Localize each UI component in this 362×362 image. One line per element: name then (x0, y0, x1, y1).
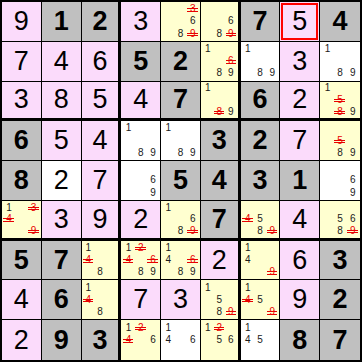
candidate-slot-empty (321, 225, 334, 237)
candidate-1[interactable]: 1 (242, 321, 254, 334)
cell-r2c6[interactable]: 1689 (201, 42, 241, 82)
given-digit: 1 (54, 8, 69, 35)
candidate-slot-empty (334, 187, 347, 199)
candidate-1[interactable]: 1 (162, 321, 174, 334)
candidate-slot-empty (321, 94, 334, 106)
solved-digit: 4 (14, 286, 29, 313)
candidate-slot-empty (254, 43, 266, 55)
candidate-1[interactable]: 1 (202, 281, 214, 293)
cell-r7c5[interactable]: 14689 (161, 241, 201, 281)
solved-digit: 3 (173, 286, 188, 313)
candidate-1[interactable]: 1 (3, 202, 15, 214)
candidate-8[interactable]: 8 (174, 225, 186, 237)
solved-digit: 3 (14, 86, 29, 113)
candidate-grid: 189 (161, 121, 200, 160)
cell-r1c7[interactable]: 7 (241, 2, 281, 42)
candidate-slot-empty (106, 254, 118, 266)
candidate-slot-empty (242, 346, 254, 359)
candidate-6-eliminated[interactable]: 6 (187, 254, 199, 266)
cell-r2c8[interactable]: 3 (280, 42, 320, 82)
candidate-9-eliminated[interactable]: 9 (225, 306, 237, 318)
candidate-slot-empty (106, 281, 118, 293)
given-digit: 3 (333, 247, 348, 274)
candidate-slot-empty (266, 213, 278, 225)
candidate-6[interactable]: 6 (346, 174, 359, 186)
candidate-slot-empty (147, 135, 159, 147)
cell-r2c5[interactable]: 2 (161, 42, 201, 82)
given-digit: 2 (92, 8, 107, 35)
candidate-slot-empty (147, 162, 159, 174)
candidate-slot-empty (213, 83, 225, 95)
candidate-slot-empty (225, 3, 237, 15)
cell-r8c5[interactable]: 3 (161, 280, 201, 320)
cell-r9c1[interactable]: 2 (2, 320, 42, 360)
candidate-slot-empty (266, 346, 278, 359)
candidate-8[interactable]: 8 (174, 28, 186, 40)
cell-r5c6[interactable]: 4 (201, 161, 241, 201)
cell-r5c7[interactable]: 3 (241, 161, 281, 201)
cell-r2c2[interactable]: 4 (42, 42, 82, 82)
cell-r9c9[interactable]: 7 (320, 320, 360, 360)
candidate-5[interactable]: 5 (254, 213, 266, 225)
candidate-slot-empty (321, 106, 334, 118)
candidate-slot-empty (147, 346, 159, 359)
cell-r2c7[interactable]: 189 (241, 42, 281, 82)
candidate-8[interactable]: 8 (135, 266, 147, 278)
candidate-4[interactable]: 4 (162, 254, 174, 266)
candidate-1[interactable]: 1 (202, 43, 214, 55)
cell-r4c9[interactable]: 589 (320, 121, 360, 161)
cell-r6c8[interactable]: 4 (280, 201, 320, 241)
candidate-slot-empty (266, 55, 278, 67)
candidate-6-eliminated[interactable]: 6 (225, 55, 237, 67)
candidate-1[interactable]: 1 (242, 281, 254, 293)
candidate-slot-empty (202, 346, 214, 359)
candidate-slot-empty (147, 122, 159, 134)
candidate-8[interactable]: 8 (213, 28, 225, 40)
cell-r2c1[interactable]: 7 (2, 42, 42, 82)
candidate-8[interactable]: 8 (213, 306, 225, 318)
cell-r1c4[interactable]: 3 (121, 2, 161, 42)
candidate-slot-empty (94, 294, 106, 306)
given-digit: 8 (292, 327, 307, 354)
candidate-6-eliminated[interactable]: 6 (147, 254, 159, 266)
cell-r6c6[interactable]: 7 (201, 201, 241, 241)
candidate-slot-empty (334, 43, 347, 55)
candidate-slot-empty (135, 174, 147, 186)
candidate-8[interactable]: 8 (135, 147, 147, 159)
candidate-8[interactable]: 8 (94, 306, 106, 318)
candidate-slot-empty (266, 43, 278, 55)
cell-r3c2[interactable]: 8 (42, 82, 82, 122)
cell-r6c5[interactable]: 1689 (161, 201, 201, 241)
candidate-8[interactable]: 8 (174, 147, 186, 159)
candidate-9[interactable]: 9 (346, 147, 359, 159)
candidate-grid: 1589 (201, 280, 238, 319)
candidate-9-eliminated[interactable]: 9 (225, 28, 237, 40)
candidate-9[interactable]: 9 (147, 187, 159, 199)
cell-r9c2[interactable]: 9 (42, 320, 82, 360)
candidate-slot-empty (106, 306, 118, 318)
cell-r1c6[interactable]: 689 (201, 2, 241, 42)
cell-r7c7[interactable]: 149 (241, 241, 281, 281)
candidate-slot-empty (225, 281, 237, 293)
candidate-slot-empty (213, 15, 225, 27)
given-digit: 4 (333, 8, 348, 35)
candidate-slot-empty (122, 147, 134, 159)
candidate-1[interactable]: 1 (242, 242, 254, 254)
candidate-slot-empty (162, 147, 174, 159)
candidate-9[interactable]: 9 (147, 147, 159, 159)
cell-r1c1[interactable]: 9 (2, 2, 42, 42)
candidate-slot-empty (187, 321, 199, 334)
candidate-1[interactable]: 1 (162, 202, 174, 214)
candidate-6[interactable]: 6 (187, 334, 199, 347)
cell-r8c1[interactable]: 4 (2, 280, 42, 320)
candidate-slot-empty (213, 281, 225, 293)
cell-r4c5[interactable]: 189 (161, 121, 201, 161)
candidate-grid: 1246 (121, 320, 160, 360)
cell-r7c6[interactable]: 2 (201, 241, 241, 281)
cell-r8c6[interactable]: 1589 (201, 280, 241, 320)
candidate-slot-empty (334, 174, 347, 186)
candidate-slot-empty (266, 254, 278, 266)
candidate-slot-empty (135, 162, 147, 174)
candidate-9-eliminated[interactable]: 9 (28, 225, 40, 237)
candidate-1[interactable]: 1 (122, 321, 134, 334)
candidate-9-eliminated[interactable]: 9 (346, 225, 359, 237)
candidate-6[interactable]: 6 (346, 213, 359, 225)
candidate-4[interactable]: 4 (242, 254, 254, 266)
candidate-slot-empty (187, 242, 199, 254)
candidate-slot-empty (202, 94, 214, 106)
cell-r1c8[interactable]: 5 (280, 2, 320, 42)
solved-digit: 4 (133, 86, 148, 113)
candidate-grid: 1689 (201, 42, 238, 81)
cell-r4c1[interactable]: 6 (2, 121, 42, 161)
cell-r3c8[interactable]: 2 (280, 82, 320, 122)
candidate-grid: 689 (201, 2, 238, 41)
candidate-8[interactable]: 8 (334, 67, 347, 79)
candidate-9[interactable]: 9 (346, 106, 359, 118)
solved-digit: 7 (292, 127, 307, 154)
candidate-slot-empty (174, 3, 186, 15)
cell-r8c7[interactable]: 1459 (241, 280, 281, 320)
candidate-4-eliminated[interactable]: 4 (83, 294, 95, 306)
candidate-1[interactable]: 1 (83, 242, 95, 254)
cell-r1c3[interactable]: 2 (82, 2, 122, 42)
candidate-slot-empty (162, 213, 174, 225)
candidate-4-eliminated[interactable]: 4 (122, 254, 134, 266)
cell-r2c3[interactable]: 6 (82, 42, 122, 82)
candidate-8[interactable]: 8 (254, 67, 266, 79)
candidate-9[interactable]: 9 (147, 266, 159, 278)
solved-digit: 9 (292, 286, 307, 313)
candidate-slot-empty (334, 55, 347, 67)
candidate-slot-empty (187, 202, 199, 214)
candidate-slot-empty (174, 135, 186, 147)
cell-r1c9[interactable]: 4 (320, 2, 360, 42)
candidate-slot-empty (3, 225, 15, 237)
candidate-6[interactable]: 6 (225, 334, 237, 347)
cell-r9c7[interactable]: 145 (241, 320, 281, 360)
candidate-slot-empty (28, 213, 40, 225)
cell-r4c7[interactable]: 2 (241, 121, 281, 161)
cell-r4c6[interactable]: 3 (201, 121, 241, 161)
candidate-4-eliminated[interactable]: 4 (242, 213, 254, 225)
sudoku-board: 9123368968975474652168918931893854718962… (0, 0, 362, 362)
solved-digit: 4 (92, 127, 107, 154)
candidate-9[interactable]: 9 (225, 106, 237, 118)
candidate-6[interactable]: 6 (147, 334, 159, 347)
cell-r3c5[interactable]: 7 (161, 82, 201, 122)
solved-digit: 2 (133, 206, 148, 233)
candidate-9-eliminated[interactable]: 9 (266, 225, 278, 237)
cell-r5c2[interactable]: 2 (42, 161, 82, 201)
candidate-4-eliminated[interactable]: 4 (3, 213, 15, 225)
candidate-9-eliminated[interactable]: 9 (187, 28, 199, 40)
candidate-grid: 1589 (320, 82, 360, 119)
solved-digit: 9 (14, 8, 29, 35)
candidate-slot-empty (83, 266, 95, 278)
cell-r1c2[interactable]: 1 (42, 2, 82, 42)
candidate-slot-empty (334, 83, 347, 95)
candidate-slot-empty (187, 135, 199, 147)
cell-r5c4[interactable]: 69 (121, 161, 161, 201)
candidate-8[interactable]: 8 (334, 225, 347, 237)
candidate-8-eliminated[interactable]: 8 (213, 106, 225, 118)
cell-r6c3[interactable]: 9 (82, 201, 122, 241)
candidate-slot-empty (266, 334, 278, 347)
given-digit: 5 (173, 167, 188, 194)
candidate-1[interactable]: 1 (162, 242, 174, 254)
cell-r8c4[interactable]: 7 (121, 280, 161, 320)
candidate-1[interactable]: 1 (83, 281, 95, 293)
cell-r4c4[interactable]: 189 (121, 121, 161, 161)
candidate-4-eliminated[interactable]: 4 (83, 254, 95, 266)
candidate-slot-empty (174, 346, 186, 359)
given-digit: 4 (212, 167, 227, 194)
candidate-slot-empty (135, 122, 147, 134)
cell-r2c9[interactable]: 189 (320, 42, 360, 82)
candidate-9[interactable]: 9 (187, 147, 199, 159)
candidate-slot-empty (346, 43, 359, 55)
candidate-slot-empty (254, 321, 266, 334)
solved-digit: 5 (292, 8, 307, 35)
candidate-8[interactable]: 8 (94, 266, 106, 278)
candidate-1[interactable]: 1 (202, 321, 214, 334)
cell-r8c3[interactable]: 148 (82, 280, 122, 320)
candidate-slot-empty (254, 306, 266, 318)
candidate-slot-empty (266, 281, 278, 293)
candidate-2-eliminated[interactable]: 2 (135, 321, 147, 334)
candidate-slot-empty (225, 346, 237, 359)
candidate-slot-empty (202, 28, 214, 40)
given-digit: 6 (14, 127, 29, 154)
candidate-slot-empty (225, 83, 237, 95)
given-digit: 3 (212, 127, 227, 154)
candidate-slot-empty (202, 67, 214, 79)
given-digit: 3 (253, 167, 268, 194)
cell-r9c3[interactable]: 3 (82, 320, 122, 360)
cell-r6c9[interactable]: 5689 (320, 201, 360, 241)
candidate-slot-empty (321, 174, 334, 186)
cell-r9c4[interactable]: 1246 (121, 320, 161, 360)
cell-r1c5[interactable]: 3689 (161, 2, 201, 42)
candidate-grid: 1689 (161, 201, 200, 238)
cell-r3c3[interactable]: 5 (82, 82, 122, 122)
solved-digit: 2 (54, 167, 69, 194)
candidate-9[interactable]: 9 (266, 67, 278, 79)
candidate-slot-empty (15, 202, 27, 214)
cell-r5c3[interactable]: 7 (82, 161, 122, 201)
cell-r6c2[interactable]: 3 (42, 201, 82, 241)
cell-r7c9[interactable]: 3 (320, 241, 360, 281)
candidate-grid: 149 (241, 241, 280, 280)
cell-r4c2[interactable]: 5 (42, 121, 82, 161)
candidate-slot-empty (321, 135, 334, 147)
candidate-slot-empty (346, 83, 359, 95)
given-digit: 9 (54, 327, 69, 354)
candidate-4[interactable]: 4 (162, 334, 174, 347)
candidate-9[interactable]: 9 (346, 67, 359, 79)
solved-digit: 7 (92, 167, 107, 194)
candidate-slot-empty (346, 55, 359, 67)
candidate-1[interactable]: 1 (321, 43, 334, 55)
candidate-grid: 69 (121, 161, 160, 200)
candidate-2-eliminated[interactable]: 2 (135, 242, 147, 254)
candidate-8[interactable]: 8 (174, 266, 186, 278)
candidate-slot-empty (242, 266, 254, 278)
candidate-slot-empty (106, 242, 118, 254)
cell-r8c9[interactable]: 2 (320, 280, 360, 320)
candidate-5[interactable]: 5 (213, 294, 225, 306)
candidate-slot-empty (254, 242, 266, 254)
cell-r7c2[interactable]: 7 (42, 241, 82, 281)
candidate-6[interactable]: 6 (187, 213, 199, 225)
candidate-slot-empty (346, 162, 359, 174)
candidate-1[interactable]: 1 (242, 43, 254, 55)
candidate-9[interactable]: 9 (346, 187, 359, 199)
candidate-9-eliminated[interactable]: 9 (187, 225, 199, 237)
solved-digit: 3 (292, 48, 307, 75)
candidate-9-eliminated[interactable]: 9 (266, 306, 278, 318)
candidate-slot-empty (174, 242, 186, 254)
cell-r4c3[interactable]: 4 (82, 121, 122, 161)
candidate-9[interactable]: 9 (225, 67, 237, 79)
cell-r7c3[interactable]: 148 (82, 241, 122, 281)
candidate-slot-empty (242, 202, 254, 214)
cell-r5c9[interactable]: 69 (320, 161, 360, 201)
given-digit: 1 (292, 167, 307, 194)
cell-r5c5[interactable]: 5 (161, 161, 201, 201)
candidate-slot-empty (162, 225, 174, 237)
cell-r3c7[interactable]: 6 (241, 82, 281, 122)
candidate-1[interactable]: 1 (122, 122, 134, 134)
solved-digit: 7 (133, 286, 148, 313)
cell-r7c4[interactable]: 124689 (121, 241, 161, 281)
candidate-6[interactable]: 6 (225, 15, 237, 27)
cell-r3c4[interactable]: 4 (121, 82, 161, 122)
cell-r9c5[interactable]: 146 (161, 320, 201, 360)
candidate-4-eliminated[interactable]: 4 (122, 334, 134, 347)
candidate-slot-empty (147, 321, 159, 334)
candidate-slot-empty (162, 28, 174, 40)
candidate-6[interactable]: 6 (147, 174, 159, 186)
solved-digit: 6 (92, 48, 107, 75)
candidate-grid: 189 (201, 82, 238, 119)
candidate-8[interactable]: 8 (334, 147, 347, 159)
candidate-5[interactable]: 5 (334, 213, 347, 225)
cell-r6c7[interactable]: 4589 (241, 201, 281, 241)
candidate-grid: 4589 (241, 201, 280, 238)
candidate-9[interactable]: 9 (187, 266, 199, 278)
candidate-8-eliminated[interactable]: 8 (334, 106, 347, 118)
cell-r3c9[interactable]: 1589 (320, 82, 360, 122)
cell-r7c1[interactable]: 5 (2, 241, 42, 281)
candidate-slot-empty (162, 135, 174, 147)
candidate-1[interactable]: 1 (321, 83, 334, 95)
candidate-8[interactable]: 8 (213, 67, 225, 79)
cell-r9c8[interactable]: 8 (280, 320, 320, 360)
candidate-slot-empty (242, 306, 254, 318)
candidate-slot-empty (122, 187, 134, 199)
candidate-slot-empty (187, 346, 199, 359)
candidate-1[interactable]: 1 (122, 242, 134, 254)
candidate-5[interactable]: 5 (254, 334, 266, 347)
candidate-3-eliminated[interactable]: 3 (187, 3, 199, 15)
candidate-slot-empty (94, 281, 106, 293)
candidate-slot-empty (15, 225, 27, 237)
cell-r8c2[interactable]: 6 (42, 280, 82, 320)
candidate-5[interactable]: 5 (254, 294, 266, 306)
candidate-slot-empty (346, 135, 359, 147)
cell-r7c8[interactable]: 6 (280, 241, 320, 281)
candidate-6[interactable]: 6 (187, 15, 199, 27)
given-digit: 2 (173, 48, 188, 75)
candidate-slot-empty (242, 225, 254, 237)
cell-r5c8[interactable]: 1 (280, 161, 320, 201)
cell-r4c8[interactable]: 7 (280, 121, 320, 161)
candidate-1[interactable]: 1 (162, 122, 174, 134)
cell-r3c6[interactable]: 189 (201, 82, 241, 122)
solved-digit: 8 (54, 86, 69, 113)
candidate-1[interactable]: 1 (202, 83, 214, 95)
solved-digit: 9 (92, 206, 107, 233)
candidate-grid: 148 (82, 241, 119, 280)
candidate-5[interactable]: 5 (213, 334, 225, 347)
candidate-4[interactable]: 4 (242, 334, 254, 347)
candidate-slot-empty (135, 187, 147, 199)
candidate-grid: 146 (161, 320, 200, 360)
candidate-2-eliminated[interactable]: 2 (213, 321, 225, 334)
cell-r5c1[interactable]: 8 (2, 161, 42, 201)
candidate-slot-empty (321, 187, 334, 199)
cell-r2c4[interactable]: 5 (121, 42, 161, 82)
cell-r9c6[interactable]: 1256 (201, 320, 241, 360)
candidate-9-eliminated[interactable]: 9 (266, 266, 278, 278)
cell-r6c1[interactable]: 1349 (2, 201, 42, 241)
cell-r6c4[interactable]: 2 (121, 201, 161, 241)
candidate-5-eliminated[interactable]: 5 (334, 135, 347, 147)
candidate-8[interactable]: 8 (254, 225, 266, 237)
cell-r8c8[interactable]: 9 (280, 280, 320, 320)
cell-r3c1[interactable]: 3 (2, 82, 42, 122)
candidate-4-eliminated[interactable]: 4 (242, 294, 254, 306)
candidate-3-eliminated[interactable]: 3 (28, 202, 40, 214)
candidate-5-eliminated[interactable]: 5 (334, 94, 347, 106)
candidate-slot-empty (174, 122, 186, 134)
